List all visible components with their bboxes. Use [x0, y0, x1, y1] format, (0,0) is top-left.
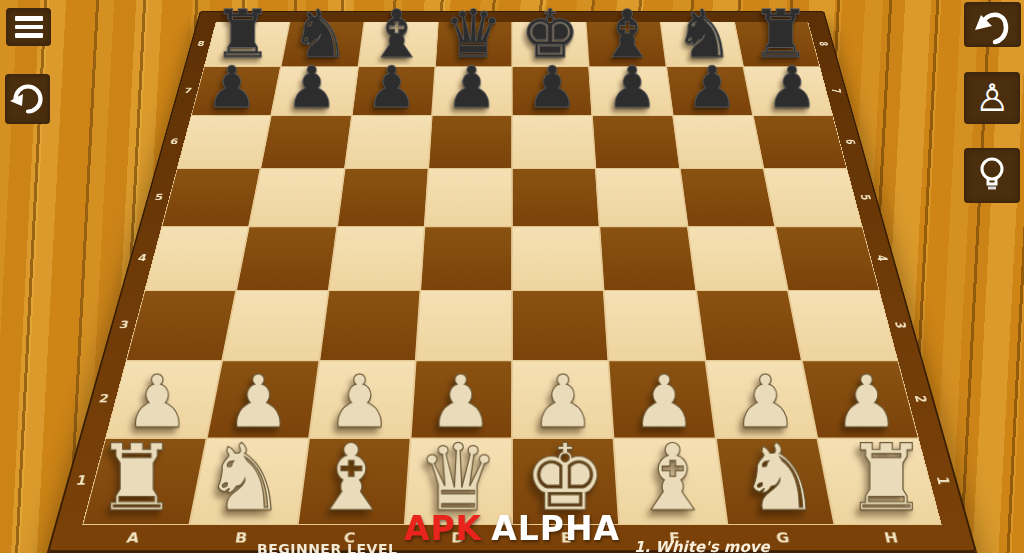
square-h4[interactable] — [776, 227, 879, 290]
square-b3[interactable] — [223, 291, 327, 360]
square-d3[interactable] — [416, 291, 511, 360]
watermark: APKALPHA — [404, 509, 620, 548]
piece-black-pawn-d7[interactable]: ♟ — [446, 59, 497, 116]
square-a7[interactable]: ♟ — [192, 67, 280, 115]
square-f6[interactable] — [593, 116, 679, 168]
menu-button[interactable] — [6, 8, 51, 46]
square-a6[interactable] — [178, 116, 271, 168]
square-g7[interactable]: ♟ — [667, 67, 752, 115]
square-a3[interactable] — [127, 291, 235, 360]
coord-label: A — [75, 525, 189, 551]
square-f1[interactable]: ♝ — [615, 439, 726, 524]
piece-white-knight-b1[interactable]: ♞ — [203, 432, 286, 524]
square-f5[interactable] — [597, 169, 687, 226]
square-a4[interactable] — [145, 227, 248, 290]
hint-button[interactable] — [964, 148, 1020, 203]
move-indicator: 1. White's move — [634, 538, 770, 553]
square-g6[interactable] — [673, 116, 762, 168]
rotate-counterclockwise-icon — [8, 79, 48, 119]
square-h1[interactable]: ♜ — [818, 439, 940, 524]
piece-black-pawn-g7[interactable]: ♟ — [687, 59, 738, 116]
square-d5[interactable] — [425, 169, 511, 226]
undo-move-button[interactable] — [964, 2, 1021, 47]
square-c6[interactable] — [345, 116, 431, 168]
rotate-board-button[interactable] — [5, 74, 50, 124]
piece-black-pawn-b7[interactable]: ♟ — [286, 59, 337, 116]
square-d7[interactable]: ♟ — [432, 67, 511, 115]
square-b4[interactable] — [237, 227, 336, 290]
square-c5[interactable] — [338, 169, 428, 226]
square-f4[interactable] — [600, 227, 694, 290]
square-f7[interactable]: ♟ — [590, 67, 672, 115]
square-e3[interactable] — [513, 291, 608, 360]
piece-black-pawn-f7[interactable]: ♟ — [607, 59, 658, 116]
chess-board: 87654321 87654321 ABCDEFGH ♜♞♝♛♚♝♞♜♟♟♟♟♟… — [47, 11, 977, 552]
square-h7[interactable]: ♟ — [744, 67, 832, 115]
square-e6[interactable] — [513, 116, 595, 168]
square-b1[interactable]: ♞ — [191, 439, 308, 524]
square-d6[interactable] — [429, 116, 511, 168]
level-label: BEGINNER LEVEL — [257, 541, 397, 553]
board-grid: ♜♞♝♛♚♝♞♜♟♟♟♟♟♟♟♟♟♟♟♟♟♟♟♟♜♞♝♛♚♝♞♜ — [82, 22, 942, 525]
square-c4[interactable] — [329, 227, 423, 290]
square-c1[interactable]: ♝ — [298, 439, 409, 524]
square-c7[interactable]: ♟ — [352, 67, 434, 115]
square-c3[interactable] — [320, 291, 419, 360]
piece-black-pawn-e7[interactable]: ♟ — [526, 59, 577, 116]
square-a5[interactable] — [162, 169, 259, 226]
piece-white-bishop-f1[interactable]: ♝ — [631, 432, 714, 524]
piece-black-pawn-c7[interactable]: ♟ — [366, 59, 417, 116]
square-h3[interactable] — [789, 291, 897, 360]
lightbulb-icon — [972, 154, 1012, 198]
piece-white-bishop-c1[interactable]: ♝ — [310, 432, 393, 524]
square-e5[interactable] — [513, 169, 599, 226]
square-g4[interactable] — [688, 227, 787, 290]
square-b6[interactable] — [261, 116, 350, 168]
square-f3[interactable] — [605, 291, 704, 360]
board-frame: 87654321 87654321 ABCDEFGH ♜♞♝♛♚♝♞♜♟♟♟♟♟… — [47, 11, 977, 552]
square-g5[interactable] — [680, 169, 774, 226]
square-d4[interactable] — [421, 227, 511, 290]
square-b7[interactable]: ♟ — [272, 67, 357, 115]
square-b5[interactable] — [250, 169, 344, 226]
square-g1[interactable]: ♞ — [716, 439, 833, 524]
player-mode-button[interactable]: ♙ — [964, 72, 1020, 124]
piece-black-pawn-a7[interactable]: ♟ — [206, 59, 257, 116]
square-h5[interactable] — [764, 169, 861, 226]
piece-white-rook-a1[interactable]: ♜ — [96, 432, 179, 524]
watermark-apk: APK — [404, 509, 482, 548]
square-h6[interactable] — [754, 116, 847, 168]
square-a1[interactable]: ♜ — [83, 439, 205, 524]
square-g3[interactable] — [697, 291, 801, 360]
chess-app-screen: { "game": "chess", "position": "rnbqkbnr… — [0, 0, 1024, 553]
piece-white-rook-h1[interactable]: ♜ — [845, 432, 928, 524]
hamburger-icon — [15, 16, 43, 38]
undo-arrow-icon — [970, 4, 1016, 46]
square-e4[interactable] — [513, 227, 603, 290]
watermark-alpha: ALPHA — [491, 509, 620, 548]
piece-black-pawn-h7[interactable]: ♟ — [767, 59, 818, 116]
square-e7[interactable]: ♟ — [513, 67, 592, 115]
pawn-outline-icon: ♙ — [975, 79, 1009, 117]
coord-label: H — [834, 525, 948, 551]
piece-white-knight-g1[interactable]: ♞ — [738, 432, 821, 524]
